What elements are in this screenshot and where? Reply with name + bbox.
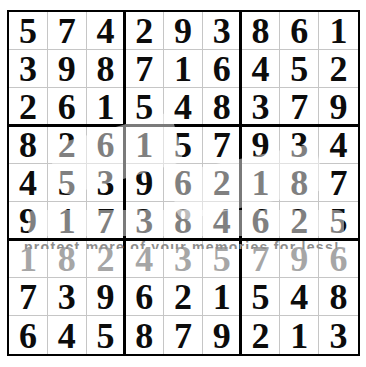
- cell-r2c6: 6: [203, 50, 242, 88]
- cell-r3c4: 5: [125, 88, 164, 126]
- cell-r2c2: 9: [48, 50, 87, 88]
- cell-r2c3: 8: [87, 50, 126, 88]
- cell-r9c8: 1: [280, 316, 319, 354]
- cell-r3c5: 4: [164, 88, 203, 126]
- cell-r6c1: 9: [9, 202, 48, 240]
- cell-r4c3: 6: [87, 126, 126, 164]
- cell-r7c8: 9: [280, 240, 319, 278]
- cell-r6c2: 1: [48, 202, 87, 240]
- cell-r7c6: 5: [203, 240, 242, 278]
- cell-r4c1: 8: [9, 126, 48, 164]
- cell-r8c4: 6: [125, 278, 164, 316]
- cell-r7c1: 1: [9, 240, 48, 278]
- cell-r5c8: 8: [280, 164, 319, 202]
- cell-r1c7: 8: [242, 12, 281, 50]
- cell-r4c8: 3: [280, 126, 319, 164]
- cell-r2c1: 3: [9, 50, 48, 88]
- cell-r1c2: 7: [48, 12, 87, 50]
- cell-r7c5: 3: [164, 240, 203, 278]
- cell-r2c4: 7: [125, 50, 164, 88]
- cell-r4c4: 1: [125, 126, 164, 164]
- cell-r9c9: 3: [319, 316, 358, 354]
- cell-r6c6: 4: [203, 202, 242, 240]
- cell-r4c7: 9: [242, 126, 281, 164]
- cell-r8c7: 5: [242, 278, 281, 316]
- cell-r8c5: 2: [164, 278, 203, 316]
- cell-r8c2: 3: [48, 278, 87, 316]
- cell-r3c3: 1: [87, 88, 126, 126]
- cell-r4c6: 7: [203, 126, 242, 164]
- cell-r2c8: 5: [280, 50, 319, 88]
- cell-r4c2: 2: [48, 126, 87, 164]
- cell-r5c7: 1: [242, 164, 281, 202]
- cell-r5c1: 4: [9, 164, 48, 202]
- cell-r9c1: 6: [9, 316, 48, 354]
- cell-r5c5: 6: [164, 164, 203, 202]
- cell-r8c9: 8: [319, 278, 358, 316]
- cell-r6c7: 6: [242, 202, 281, 240]
- cell-r9c5: 7: [164, 316, 203, 354]
- cell-r5c2: 5: [48, 164, 87, 202]
- cell-r3c2: 6: [48, 88, 87, 126]
- cell-r9c2: 4: [48, 316, 87, 354]
- cell-r1c3: 4: [87, 12, 126, 50]
- cell-r7c3: 2: [87, 240, 126, 278]
- cell-r5c4: 9: [125, 164, 164, 202]
- cell-r8c8: 4: [280, 278, 319, 316]
- cell-r2c5: 1: [164, 50, 203, 88]
- cell-r1c5: 9: [164, 12, 203, 50]
- cell-r8c3: 9: [87, 278, 126, 316]
- cell-r7c9: 6: [319, 240, 358, 278]
- cell-r6c5: 8: [164, 202, 203, 240]
- cell-r9c6: 9: [203, 316, 242, 354]
- sudoku-board: 5742938613987164522615483798261579344539…: [7, 10, 360, 356]
- cell-r6c9: 5: [319, 202, 358, 240]
- cell-r3c8: 7: [280, 88, 319, 126]
- cell-r5c9: 7: [319, 164, 358, 202]
- cell-r8c6: 1: [203, 278, 242, 316]
- cell-r9c3: 5: [87, 316, 126, 354]
- cell-r5c3: 3: [87, 164, 126, 202]
- cell-r2c7: 4: [242, 50, 281, 88]
- cell-r1c4: 2: [125, 12, 164, 50]
- cell-r4c9: 4: [319, 126, 358, 164]
- cell-r8c1: 7: [9, 278, 48, 316]
- cell-r2c9: 2: [319, 50, 358, 88]
- cell-r7c4: 4: [125, 240, 164, 278]
- cell-r3c1: 2: [9, 88, 48, 126]
- cell-r4c5: 5: [164, 126, 203, 164]
- cell-r5c6: 2: [203, 164, 242, 202]
- cell-r6c4: 3: [125, 202, 164, 240]
- cell-r3c9: 9: [319, 88, 358, 126]
- cell-r6c3: 7: [87, 202, 126, 240]
- cell-r9c7: 2: [242, 316, 281, 354]
- cell-r3c6: 8: [203, 88, 242, 126]
- cell-r1c1: 5: [9, 12, 48, 50]
- cell-r1c9: 1: [319, 12, 358, 50]
- cell-r7c2: 8: [48, 240, 87, 278]
- cell-r1c8: 6: [280, 12, 319, 50]
- cell-r9c4: 8: [125, 316, 164, 354]
- sudoku-page: 5742938613987164522615483798261579344539…: [0, 0, 366, 367]
- cell-r1c6: 3: [203, 12, 242, 50]
- cell-r3c7: 3: [242, 88, 281, 126]
- cell-r7c7: 7: [242, 240, 281, 278]
- cell-r6c8: 2: [280, 202, 319, 240]
